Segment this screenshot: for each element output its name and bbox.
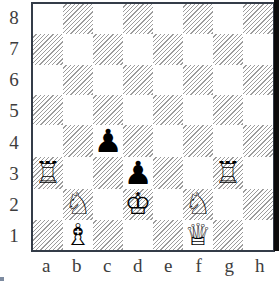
square-d1[interactable] xyxy=(123,220,153,250)
file-label-f: f xyxy=(184,252,215,279)
square-d3[interactable]: ♟ xyxy=(123,157,153,189)
square-e6[interactable] xyxy=(153,65,183,95)
rank-label-1: 1 xyxy=(0,221,28,252)
square-b1[interactable]: ♗ xyxy=(63,220,93,250)
square-c6[interactable] xyxy=(93,65,123,95)
square-a4[interactable] xyxy=(33,125,63,157)
square-g5[interactable] xyxy=(213,95,243,125)
square-f2[interactable]: ♘ xyxy=(183,189,213,219)
square-e7[interactable] xyxy=(153,34,183,64)
square-h4[interactable] xyxy=(243,125,273,157)
rank-label-4: 4 xyxy=(0,127,28,158)
square-e3[interactable] xyxy=(153,157,183,189)
square-e8[interactable] xyxy=(153,4,183,34)
square-d6[interactable] xyxy=(123,65,153,95)
square-d5[interactable] xyxy=(123,95,153,125)
square-g4[interactable] xyxy=(213,125,243,157)
file-label-a: a xyxy=(31,252,62,279)
rank-label-7: 7 xyxy=(0,33,28,64)
square-f3[interactable] xyxy=(183,157,213,189)
square-f4[interactable] xyxy=(183,125,213,157)
screen-corner-artifact xyxy=(0,277,4,281)
rank-label-2: 2 xyxy=(0,190,28,221)
piece-black-pawn[interactable]: ♟ xyxy=(124,157,153,189)
rank-label-5: 5 xyxy=(0,96,28,127)
chess-board[interactable]: ♟♖♟♖♘♔♘♗♕ xyxy=(31,2,275,252)
square-e1[interactable] xyxy=(153,220,183,250)
rank-label-6: 6 xyxy=(0,65,28,96)
square-h8[interactable] xyxy=(243,4,273,34)
square-d7[interactable] xyxy=(123,34,153,64)
piece-white-king[interactable]: ♔ xyxy=(125,189,152,219)
square-h5[interactable] xyxy=(243,95,273,125)
square-h3[interactable] xyxy=(243,157,273,189)
square-e2[interactable] xyxy=(153,189,183,219)
square-h7[interactable] xyxy=(243,34,273,64)
square-h2[interactable] xyxy=(243,189,273,219)
file-label-b: b xyxy=(62,252,93,279)
square-b6[interactable] xyxy=(63,65,93,95)
square-f5[interactable] xyxy=(183,95,213,125)
square-b8[interactable] xyxy=(63,4,93,34)
square-f8[interactable] xyxy=(183,4,213,34)
piece-white-knight[interactable]: ♘ xyxy=(65,189,92,219)
square-a1[interactable] xyxy=(33,220,63,250)
square-c4[interactable]: ♟ xyxy=(93,125,123,157)
rank-labels: 87654321 xyxy=(0,2,28,252)
square-c7[interactable] xyxy=(93,34,123,64)
rank-label-3: 3 xyxy=(0,158,28,189)
square-b7[interactable] xyxy=(63,34,93,64)
file-label-c: c xyxy=(92,252,123,279)
square-c2[interactable] xyxy=(93,189,123,219)
piece-white-queen[interactable]: ♕ xyxy=(185,220,212,250)
square-e4[interactable] xyxy=(153,125,183,157)
square-a7[interactable] xyxy=(33,34,63,64)
piece-white-rook[interactable]: ♖ xyxy=(215,158,242,188)
square-f6[interactable] xyxy=(183,65,213,95)
piece-white-knight[interactable]: ♘ xyxy=(185,189,212,219)
square-e5[interactable] xyxy=(153,95,183,125)
square-b5[interactable] xyxy=(63,95,93,125)
square-b2[interactable]: ♘ xyxy=(63,189,93,219)
square-a6[interactable] xyxy=(33,65,63,95)
piece-white-rook[interactable]: ♖ xyxy=(35,158,62,188)
square-d2[interactable]: ♔ xyxy=(123,189,153,219)
window-edge-strip xyxy=(274,0,279,251)
rank-label-8: 8 xyxy=(0,2,28,33)
square-c3[interactable] xyxy=(93,157,123,189)
square-g6[interactable] xyxy=(213,65,243,95)
file-labels: abcdefgh xyxy=(31,252,275,279)
file-label-d: d xyxy=(123,252,154,279)
square-c8[interactable] xyxy=(93,4,123,34)
square-a3[interactable]: ♖ xyxy=(33,157,63,189)
square-c1[interactable] xyxy=(93,220,123,250)
piece-black-pawn[interactable]: ♟ xyxy=(94,125,123,157)
square-d8[interactable] xyxy=(123,4,153,34)
square-a8[interactable] xyxy=(33,4,63,34)
square-b4[interactable] xyxy=(63,125,93,157)
square-g2[interactable] xyxy=(213,189,243,219)
square-b3[interactable] xyxy=(63,157,93,189)
square-h6[interactable] xyxy=(243,65,273,95)
square-a2[interactable] xyxy=(33,189,63,219)
square-f1[interactable]: ♕ xyxy=(183,220,213,250)
square-g7[interactable] xyxy=(213,34,243,64)
piece-white-bishop[interactable]: ♗ xyxy=(65,220,92,250)
square-g1[interactable] xyxy=(213,220,243,250)
square-g8[interactable] xyxy=(213,4,243,34)
square-a5[interactable] xyxy=(33,95,63,125)
square-f7[interactable] xyxy=(183,34,213,64)
file-label-e: e xyxy=(153,252,184,279)
file-label-h: h xyxy=(245,252,276,279)
square-d4[interactable] xyxy=(123,125,153,157)
square-g3[interactable]: ♖ xyxy=(213,157,243,189)
square-c5[interactable] xyxy=(93,95,123,125)
square-h1[interactable] xyxy=(243,220,273,250)
file-label-g: g xyxy=(214,252,245,279)
